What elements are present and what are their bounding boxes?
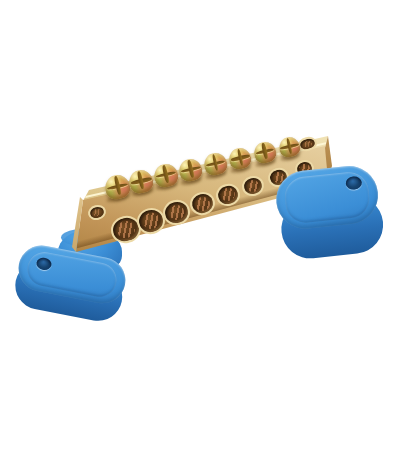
right-stand-base <box>273 163 390 268</box>
product-photo <box>0 0 393 450</box>
